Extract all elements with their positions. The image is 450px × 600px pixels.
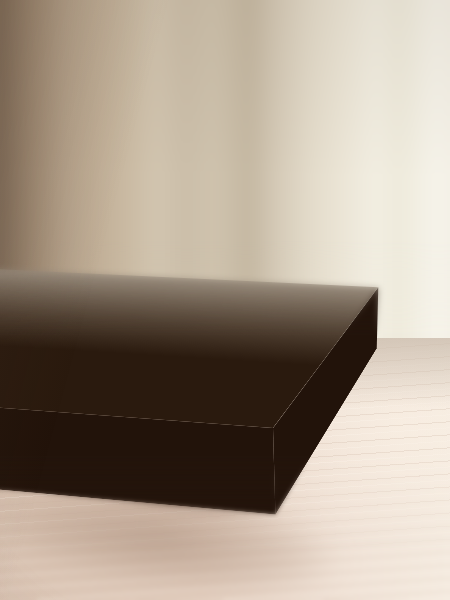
photo-scene xyxy=(0,0,450,600)
depth-of-field-blur-bottom xyxy=(0,0,450,600)
